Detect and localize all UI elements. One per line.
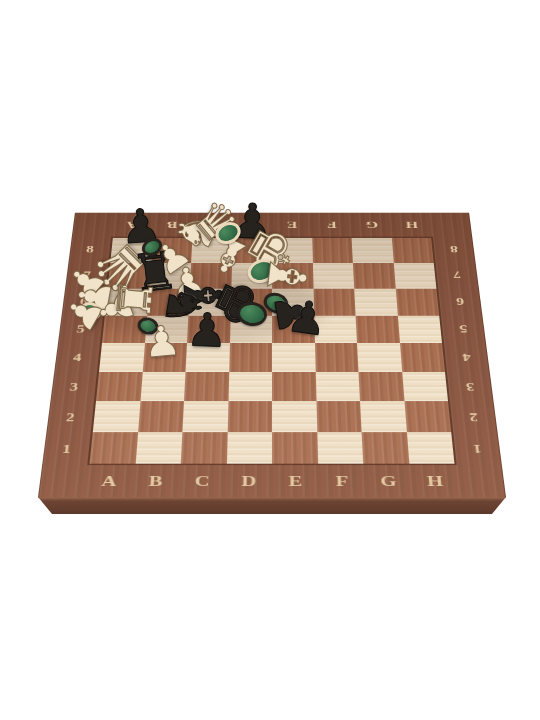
pile-piece-black-pawn[interactable]: ♟ (186, 306, 229, 353)
pile-piece-white-rook[interactable]: ♜ (109, 276, 158, 321)
pile-piece-black-pawn[interactable]: ♟ (284, 293, 329, 342)
product-photo: ABCDEFGH ABCDEFGH 87654321 87654321 ♞♛♝♟… (0, 0, 540, 720)
pile-piece-white-pawn[interactable]: ♟ (141, 319, 182, 364)
piece-pile: ♞♛♝♟♟♚♝♛♜♟♟♝♞♚♟♟♟♟♟♜♟♟♟ (0, 0, 540, 720)
